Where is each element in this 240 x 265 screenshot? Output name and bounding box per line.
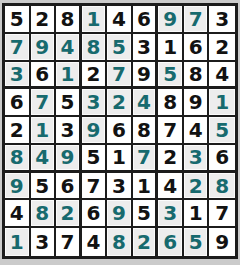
cell-r5c8[interactable]: 4 bbox=[184, 117, 210, 145]
cell-r8c6[interactable]: 5 bbox=[133, 200, 159, 228]
cell-r3c1[interactable]: 3 bbox=[5, 62, 31, 90]
cell-r9c7[interactable]: 6 bbox=[158, 228, 184, 256]
cell-r7c6[interactable]: 1 bbox=[133, 173, 159, 201]
cell-r4c1[interactable]: 6 bbox=[5, 89, 31, 117]
cell-r1c2[interactable]: 2 bbox=[31, 6, 57, 34]
cell-r9c1[interactable]: 1 bbox=[5, 228, 31, 256]
cell-r3c2[interactable]: 6 bbox=[31, 62, 57, 90]
cell-r6c9[interactable]: 6 bbox=[209, 145, 235, 173]
cell-r4c6[interactable]: 4 bbox=[133, 89, 159, 117]
cell-r8c2[interactable]: 8 bbox=[31, 200, 57, 228]
sudoku-page: 5281469737948531623612795846753248912139… bbox=[0, 0, 240, 265]
cell-r8c4[interactable]: 6 bbox=[82, 200, 108, 228]
cell-r9c9[interactable]: 9 bbox=[209, 228, 235, 256]
cell-r4c5[interactable]: 2 bbox=[107, 89, 133, 117]
cell-r9c4[interactable]: 4 bbox=[82, 228, 108, 256]
cell-r8c8[interactable]: 1 bbox=[184, 200, 210, 228]
cell-r2c8[interactable]: 6 bbox=[184, 34, 210, 62]
cell-r6c5[interactable]: 1 bbox=[107, 145, 133, 173]
cell-r7c5[interactable]: 3 bbox=[107, 173, 133, 201]
cell-r1c6[interactable]: 6 bbox=[133, 6, 159, 34]
cell-r7c8[interactable]: 2 bbox=[184, 173, 210, 201]
cell-r3c7[interactable]: 5 bbox=[158, 62, 184, 90]
cell-r9c3[interactable]: 7 bbox=[56, 228, 82, 256]
cell-r5c6[interactable]: 8 bbox=[133, 117, 159, 145]
cell-r1c3[interactable]: 8 bbox=[56, 6, 82, 34]
cell-r8c5[interactable]: 9 bbox=[107, 200, 133, 228]
cell-r1c5[interactable]: 4 bbox=[107, 6, 133, 34]
cell-r2c1[interactable]: 7 bbox=[5, 34, 31, 62]
cell-r7c2[interactable]: 5 bbox=[31, 173, 57, 201]
cell-r7c3[interactable]: 6 bbox=[56, 173, 82, 201]
cell-r5c9[interactable]: 5 bbox=[209, 117, 235, 145]
cell-r9c5[interactable]: 8 bbox=[107, 228, 133, 256]
cell-r1c9[interactable]: 3 bbox=[209, 6, 235, 34]
cell-r4c4[interactable]: 3 bbox=[82, 89, 108, 117]
cell-r6c4[interactable]: 5 bbox=[82, 145, 108, 173]
cell-r2c2[interactable]: 9 bbox=[31, 34, 57, 62]
cell-r8c1[interactable]: 4 bbox=[5, 200, 31, 228]
cell-r3c8[interactable]: 8 bbox=[184, 62, 210, 90]
cell-r2c5[interactable]: 5 bbox=[107, 34, 133, 62]
cell-r9c2[interactable]: 3 bbox=[31, 228, 57, 256]
cell-r9c6[interactable]: 2 bbox=[133, 228, 159, 256]
cell-r5c5[interactable]: 6 bbox=[107, 117, 133, 145]
cell-r3c9[interactable]: 4 bbox=[209, 62, 235, 90]
cell-r7c9[interactable]: 8 bbox=[209, 173, 235, 201]
cell-r6c6[interactable]: 7 bbox=[133, 145, 159, 173]
cell-r6c3[interactable]: 9 bbox=[56, 145, 82, 173]
cell-r1c1[interactable]: 5 bbox=[5, 6, 31, 34]
cell-r7c4[interactable]: 7 bbox=[82, 173, 108, 201]
cell-r8c3[interactable]: 2 bbox=[56, 200, 82, 228]
cell-r1c8[interactable]: 7 bbox=[184, 6, 210, 34]
sudoku-board: 5281469737948531623612795846753248912139… bbox=[2, 3, 238, 259]
cell-r3c4[interactable]: 2 bbox=[82, 62, 108, 90]
cell-r6c8[interactable]: 3 bbox=[184, 145, 210, 173]
cell-r5c7[interactable]: 7 bbox=[158, 117, 184, 145]
cell-r1c4[interactable]: 1 bbox=[82, 6, 108, 34]
cell-r3c6[interactable]: 9 bbox=[133, 62, 159, 90]
cell-r4c7[interactable]: 8 bbox=[158, 89, 184, 117]
cell-r2c9[interactable]: 2 bbox=[209, 34, 235, 62]
cell-r6c1[interactable]: 8 bbox=[5, 145, 31, 173]
cell-r2c7[interactable]: 1 bbox=[158, 34, 184, 62]
cell-r6c2[interactable]: 4 bbox=[31, 145, 57, 173]
cell-r5c2[interactable]: 1 bbox=[31, 117, 57, 145]
cell-r4c2[interactable]: 7 bbox=[31, 89, 57, 117]
cell-r5c1[interactable]: 2 bbox=[5, 117, 31, 145]
cell-r4c9[interactable]: 1 bbox=[209, 89, 235, 117]
cell-r5c3[interactable]: 3 bbox=[56, 117, 82, 145]
cell-r3c3[interactable]: 1 bbox=[56, 62, 82, 90]
cell-r6c7[interactable]: 2 bbox=[158, 145, 184, 173]
cell-r7c1[interactable]: 9 bbox=[5, 173, 31, 201]
cell-r2c4[interactable]: 8 bbox=[82, 34, 108, 62]
cell-r5c4[interactable]: 9 bbox=[82, 117, 108, 145]
cell-r2c3[interactable]: 4 bbox=[56, 34, 82, 62]
cell-r9c8[interactable]: 5 bbox=[184, 228, 210, 256]
cell-r2c6[interactable]: 3 bbox=[133, 34, 159, 62]
cell-r3c5[interactable]: 7 bbox=[107, 62, 133, 90]
cell-r8c7[interactable]: 3 bbox=[158, 200, 184, 228]
cell-r4c3[interactable]: 5 bbox=[56, 89, 82, 117]
cell-r4c8[interactable]: 9 bbox=[184, 89, 210, 117]
cell-r7c7[interactable]: 4 bbox=[158, 173, 184, 201]
cell-r8c9[interactable]: 7 bbox=[209, 200, 235, 228]
cell-r1c7[interactable]: 9 bbox=[158, 6, 184, 34]
